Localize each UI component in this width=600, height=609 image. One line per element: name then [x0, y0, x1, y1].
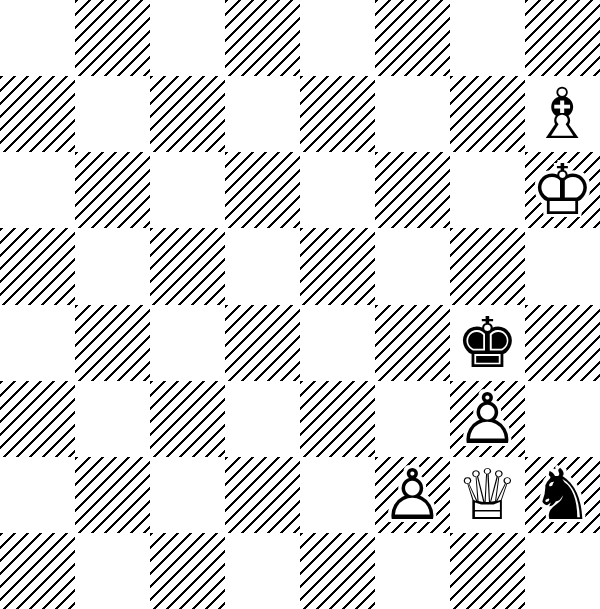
square-d3[interactable]	[225, 381, 300, 457]
square-h8[interactable]	[525, 0, 600, 76]
square-c8[interactable]	[150, 0, 225, 76]
square-c3[interactable]	[150, 381, 225, 457]
square-e2[interactable]	[300, 457, 375, 533]
piece-black-king[interactable]: ♚	[450, 305, 525, 381]
square-e5[interactable]	[300, 228, 375, 304]
piece-white-queen[interactable]: ♛♕	[450, 457, 525, 533]
square-g3[interactable]: ♟♙	[450, 381, 525, 457]
square-a3[interactable]	[0, 381, 75, 457]
black-knight-icon: ♞	[525, 457, 600, 533]
square-f5[interactable]	[375, 228, 450, 304]
square-d1[interactable]	[225, 533, 300, 609]
piece-black-knight[interactable]: ♞	[525, 457, 600, 533]
square-b6[interactable]	[75, 152, 150, 228]
square-d4[interactable]	[225, 305, 300, 381]
square-f7[interactable]	[375, 76, 450, 152]
square-b7[interactable]	[75, 76, 150, 152]
square-h6[interactable]: ♚♔	[525, 152, 600, 228]
square-g1[interactable]	[450, 533, 525, 609]
square-e3[interactable]	[300, 381, 375, 457]
square-h4[interactable]	[525, 305, 600, 381]
square-c1[interactable]	[150, 533, 225, 609]
square-g6[interactable]	[450, 152, 525, 228]
white-queen-icon: ♕	[450, 457, 525, 533]
square-g4[interactable]: ♚	[450, 305, 525, 381]
piece-white-pawn[interactable]: ♟♙	[450, 381, 525, 457]
square-e8[interactable]	[300, 0, 375, 76]
square-h3[interactable]	[525, 381, 600, 457]
square-d7[interactable]	[225, 76, 300, 152]
square-h1[interactable]	[525, 533, 600, 609]
square-b2[interactable]	[75, 457, 150, 533]
square-e1[interactable]	[300, 533, 375, 609]
square-f3[interactable]	[375, 381, 450, 457]
piece-white-bishop[interactable]: ♝♗	[525, 76, 600, 152]
square-c5[interactable]	[150, 228, 225, 304]
square-a8[interactable]	[0, 0, 75, 76]
piece-white-king[interactable]: ♚♔	[525, 152, 600, 228]
chess-board: ♝♗♚♔♚♟♙♟♙♛♕♞	[0, 0, 600, 609]
square-d5[interactable]	[225, 228, 300, 304]
white-pawn-icon: ♙	[450, 381, 525, 457]
square-c2[interactable]	[150, 457, 225, 533]
square-b4[interactable]	[75, 305, 150, 381]
square-a1[interactable]	[0, 533, 75, 609]
square-g2[interactable]: ♛♕	[450, 457, 525, 533]
square-f2[interactable]: ♟♙	[375, 457, 450, 533]
square-a6[interactable]	[0, 152, 75, 228]
square-g7[interactable]	[450, 76, 525, 152]
square-c6[interactable]	[150, 152, 225, 228]
square-f8[interactable]	[375, 0, 450, 76]
square-d8[interactable]	[225, 0, 300, 76]
square-f6[interactable]	[375, 152, 450, 228]
square-d6[interactable]	[225, 152, 300, 228]
square-g5[interactable]	[450, 228, 525, 304]
white-king-icon: ♔	[525, 152, 600, 228]
square-g8[interactable]	[450, 0, 525, 76]
piece-white-pawn[interactable]: ♟♙	[375, 457, 450, 533]
square-c7[interactable]	[150, 76, 225, 152]
white-bishop-icon: ♗	[525, 76, 600, 152]
square-d2[interactable]	[225, 457, 300, 533]
square-a7[interactable]	[0, 76, 75, 152]
square-h5[interactable]	[525, 228, 600, 304]
square-a2[interactable]	[0, 457, 75, 533]
square-e6[interactable]	[300, 152, 375, 228]
square-b3[interactable]	[75, 381, 150, 457]
square-a4[interactable]	[0, 305, 75, 381]
square-b5[interactable]	[75, 228, 150, 304]
square-h7[interactable]: ♝♗	[525, 76, 600, 152]
square-c4[interactable]	[150, 305, 225, 381]
square-b8[interactable]	[75, 0, 150, 76]
black-king-icon: ♚	[450, 305, 525, 381]
square-e4[interactable]	[300, 305, 375, 381]
white-pawn-icon: ♙	[375, 457, 450, 533]
square-f1[interactable]	[375, 533, 450, 609]
chess-diagram: ♝♗♚♔♚♟♙♟♙♛♕♞	[0, 0, 600, 609]
square-a5[interactable]	[0, 228, 75, 304]
square-f4[interactable]	[375, 305, 450, 381]
square-h2[interactable]: ♞	[525, 457, 600, 533]
square-b1[interactable]	[75, 533, 150, 609]
square-e7[interactable]	[300, 76, 375, 152]
